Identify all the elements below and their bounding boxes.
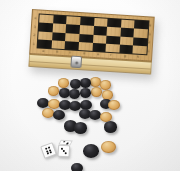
die-pip — [65, 152, 67, 154]
die-front-face — [57, 145, 70, 158]
die — [40, 142, 57, 159]
product-photo-scene: abcdefgh 4321 4321 — [0, 0, 180, 171]
dice-layer — [0, 0, 180, 171]
die-front-face — [40, 142, 57, 159]
die-pip — [66, 142, 68, 144]
die-pip — [63, 141, 65, 143]
die — [57, 140, 70, 158]
die-pip — [50, 151, 53, 154]
die-pip — [46, 153, 49, 156]
